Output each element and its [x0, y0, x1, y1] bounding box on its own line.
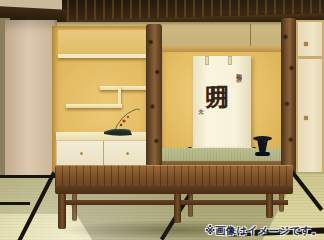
flower-stand-base	[255, 152, 270, 156]
bench-leg-front	[58, 193, 66, 229]
cabinet-knob-right	[126, 152, 129, 155]
bench-apron-rail	[55, 186, 293, 194]
cabinet-knob-left	[80, 152, 83, 155]
bench-leg-front	[266, 191, 273, 218]
tea-room-photo: 和敬清寂 明月 去来 ※画像はイメージです。	[0, 0, 324, 240]
bench-leg-front	[174, 193, 181, 223]
flower-stand-top	[253, 136, 272, 141]
cabinet-door-seam	[103, 141, 104, 168]
tatami-border	[0, 202, 30, 205]
fusuma-divider	[296, 56, 324, 59]
image-disclaimer-caption: ※画像はイメージです。	[205, 224, 322, 238]
rustic-log-pillar-right	[281, 18, 296, 174]
tokonoma-lintel-rail	[162, 46, 286, 52]
fusuma-fitting-upper	[304, 42, 308, 46]
scroll-futai-left	[205, 56, 209, 65]
scroll-side-inscription: 和敬清寂	[236, 68, 242, 104]
bench-leg-back	[72, 193, 77, 221]
wooden-bench-top	[55, 165, 293, 188]
rustic-log-pillar-center	[146, 24, 162, 174]
scroll-signature: 去来	[198, 104, 204, 126]
fusuma-fitting-lower	[304, 116, 308, 120]
scroll-calligraphy: 明月	[205, 66, 230, 132]
scroll-futai-right	[228, 56, 232, 65]
upper-cabinet-board	[58, 54, 150, 58]
ikebana-arrangement	[100, 108, 148, 136]
bench-leg-back	[188, 193, 193, 217]
staggered-shelf-upper	[100, 86, 150, 90]
left-wall-pillar	[5, 20, 57, 177]
fusuma-panel	[296, 20, 324, 172]
upper-cabinet	[58, 30, 150, 56]
